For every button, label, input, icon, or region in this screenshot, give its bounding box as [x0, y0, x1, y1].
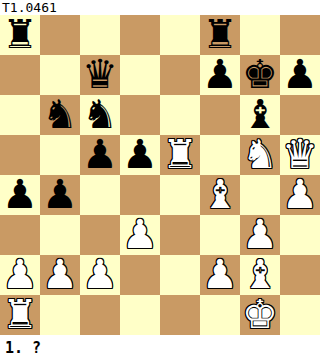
square-h2[interactable] [280, 255, 320, 295]
square-f1[interactable] [200, 295, 240, 335]
square-b3[interactable] [40, 215, 80, 255]
black-pawn-piece[interactable]: ♟ [202, 54, 238, 94]
square-d1[interactable] [120, 295, 160, 335]
white-pawn-piece[interactable]: ♟ [2, 254, 38, 294]
square-e5[interactable]: ♜ [160, 135, 200, 175]
square-f5[interactable] [200, 135, 240, 175]
square-b6[interactable]: ♞ [40, 95, 80, 135]
square-g7[interactable]: ♚ [240, 55, 280, 95]
black-rook-piece[interactable]: ♜ [202, 14, 238, 54]
black-king-piece[interactable]: ♚ [242, 54, 278, 94]
square-a5[interactable] [0, 135, 40, 175]
square-g5[interactable]: ♞ [240, 135, 280, 175]
white-pawn-piece[interactable]: ♟ [242, 214, 278, 254]
square-a7[interactable] [0, 55, 40, 95]
white-knight-piece[interactable]: ♞ [242, 134, 278, 174]
square-b1[interactable] [40, 295, 80, 335]
square-h5[interactable]: ♛ [280, 135, 320, 175]
black-knight-piece[interactable]: ♞ [42, 94, 78, 134]
square-c2[interactable]: ♟ [80, 255, 120, 295]
square-f7[interactable]: ♟ [200, 55, 240, 95]
square-d8[interactable] [120, 15, 160, 55]
white-rook-piece[interactable]: ♜ [2, 294, 38, 334]
white-pawn-piece[interactable]: ♟ [282, 174, 318, 214]
square-c3[interactable] [80, 215, 120, 255]
square-f4[interactable]: ♝ [200, 175, 240, 215]
square-d6[interactable] [120, 95, 160, 135]
square-d2[interactable] [120, 255, 160, 295]
square-b4[interactable]: ♟ [40, 175, 80, 215]
square-a4[interactable]: ♟ [0, 175, 40, 215]
chess-board: ♜♜♛♟♚♟♞♞♝♟♟♜♞♛♟♟♝♟♟♟♟♟♟♟♝♜♚ [0, 15, 320, 335]
square-c4[interactable] [80, 175, 120, 215]
square-e8[interactable] [160, 15, 200, 55]
square-e2[interactable] [160, 255, 200, 295]
square-g3[interactable]: ♟ [240, 215, 280, 255]
square-g2[interactable]: ♝ [240, 255, 280, 295]
square-e3[interactable] [160, 215, 200, 255]
square-c6[interactable]: ♞ [80, 95, 120, 135]
square-d5[interactable]: ♟ [120, 135, 160, 175]
white-pawn-piece[interactable]: ♟ [122, 214, 158, 254]
square-b2[interactable]: ♟ [40, 255, 80, 295]
black-pawn-piece[interactable]: ♟ [282, 54, 318, 94]
white-bishop-piece[interactable]: ♝ [242, 254, 278, 294]
square-a3[interactable] [0, 215, 40, 255]
square-g1[interactable]: ♚ [240, 295, 280, 335]
black-pawn-piece[interactable]: ♟ [122, 134, 158, 174]
square-e6[interactable] [160, 95, 200, 135]
square-b5[interactable] [40, 135, 80, 175]
square-g8[interactable] [240, 15, 280, 55]
square-f6[interactable] [200, 95, 240, 135]
black-pawn-piece[interactable]: ♟ [42, 174, 78, 214]
white-queen-piece[interactable]: ♛ [282, 134, 318, 174]
square-a8[interactable]: ♜ [0, 15, 40, 55]
white-pawn-piece[interactable]: ♟ [82, 254, 118, 294]
square-e1[interactable] [160, 295, 200, 335]
square-g4[interactable] [240, 175, 280, 215]
square-a1[interactable]: ♜ [0, 295, 40, 335]
square-e4[interactable] [160, 175, 200, 215]
square-h8[interactable] [280, 15, 320, 55]
white-pawn-piece[interactable]: ♟ [202, 254, 238, 294]
white-rook-piece[interactable]: ♜ [162, 134, 198, 174]
square-c7[interactable]: ♛ [80, 55, 120, 95]
square-c1[interactable] [80, 295, 120, 335]
square-h3[interactable] [280, 215, 320, 255]
square-h4[interactable]: ♟ [280, 175, 320, 215]
square-f3[interactable] [200, 215, 240, 255]
square-e7[interactable] [160, 55, 200, 95]
white-pawn-piece[interactable]: ♟ [42, 254, 78, 294]
black-pawn-piece[interactable]: ♟ [82, 134, 118, 174]
square-h7[interactable]: ♟ [280, 55, 320, 95]
square-h1[interactable] [280, 295, 320, 335]
square-c5[interactable]: ♟ [80, 135, 120, 175]
square-b8[interactable] [40, 15, 80, 55]
square-h6[interactable] [280, 95, 320, 135]
black-bishop-piece[interactable]: ♝ [242, 94, 278, 134]
black-pawn-piece[interactable]: ♟ [2, 174, 38, 214]
square-f2[interactable]: ♟ [200, 255, 240, 295]
puzzle-title: T1.0461 [0, 0, 320, 15]
move-prompt: 1. ? [0, 335, 320, 360]
white-bishop-piece[interactable]: ♝ [202, 174, 238, 214]
black-knight-piece[interactable]: ♞ [82, 94, 118, 134]
square-d7[interactable] [120, 55, 160, 95]
square-d3[interactable]: ♟ [120, 215, 160, 255]
square-b7[interactable] [40, 55, 80, 95]
black-queen-piece[interactable]: ♛ [82, 54, 118, 94]
black-rook-piece[interactable]: ♜ [2, 14, 38, 54]
square-a6[interactable] [0, 95, 40, 135]
square-d4[interactable] [120, 175, 160, 215]
white-king-piece[interactable]: ♚ [242, 294, 278, 334]
square-f8[interactable]: ♜ [200, 15, 240, 55]
square-c8[interactable] [80, 15, 120, 55]
square-g6[interactable]: ♝ [240, 95, 280, 135]
square-a2[interactable]: ♟ [0, 255, 40, 295]
